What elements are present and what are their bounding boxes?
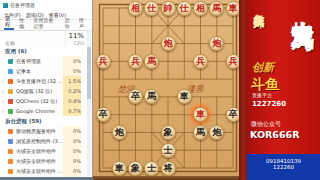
xiangqi-piece-black-炮[interactable]: 炮 [112,125,127,140]
process-icon [8,69,13,74]
scrollbar-thumb[interactable] [87,47,91,99]
process-row[interactable]: 记事本0% [0,66,87,76]
window-title: 任务管理器 [10,2,35,8]
expand-chevron-icon[interactable]: › [2,86,4,96]
xiangqi-board-window: 楚河 漢界 相仕帥仕相馬車炮炮兵兵馬兵兵車卒馬車卒卒炮象馬炮士車象士将 [88,0,247,180]
tab-users[interactable]: 用户 [78,16,88,30]
process-row[interactable]: 任务管理器0% [0,56,87,66]
process-cpu-value: 0% [63,166,81,176]
process-name: QQChess (32 位) [16,96,64,106]
process-list: 应用 (6)任务管理器0%记事本0%›斗鱼直播伴侣 (32 位)1.5%›QQ游… [0,46,87,180]
expand-chevron-icon[interactable]: › [2,76,4,86]
opening-title: 中炮对屏风马 [288,2,319,176]
process-icon [8,149,13,154]
xiangqi-piece-red-兵[interactable]: 兵 [96,54,111,69]
expand-chevron-icon[interactable]: › [2,96,4,106]
xiangqi-piece-black-士[interactable]: 士 [161,143,176,158]
process-icon [8,89,13,94]
xiangqi-piece-red-兵[interactable]: 兵 [128,54,143,69]
process-name: 记事本 [16,66,64,76]
process-row[interactable]: 火绒安全软件组件0% [0,156,87,166]
process-cpu-value: 0% [63,126,81,136]
process-name: 火绒安全软件组件 [16,156,64,166]
process-name: 任务管理器 [16,56,64,66]
contact-line-2: 122260 [247,164,320,170]
xiangqi-piece-black-象[interactable]: 象 [128,161,143,176]
process-row[interactable]: ›斗鱼直播伴侣 (32 位)1.5% [0,76,87,86]
process-name: 浏览器控制组件 (32 位) [16,136,64,146]
process-icon [8,159,13,164]
xiangqi-piece-black-象[interactable]: 象 [161,125,176,140]
process-icon [8,109,13,114]
process-name: 斗鱼直播伴侣 (32 位) [16,76,64,86]
process-cpu-value: 0% [63,156,81,166]
process-row[interactable]: 浏览器控制组件 (32 位)0% [0,136,87,146]
douyu-logo-sub: 直播平台 [252,92,272,98]
wechat-id: KOR666R [250,129,299,140]
process-cpu-value: 0% [63,136,81,146]
xiangqi-piece-black-士[interactable]: 士 [144,161,159,176]
tab-performance[interactable]: 性能 [18,16,28,30]
process-icon [8,59,13,64]
task-manager-window: 任务管理器 文件(F) 选项(O) 查看(V) 进程 性能 应用历史记录 启动 … [0,0,93,180]
xiangqi-piece-red-馬[interactable]: 馬 [209,1,224,16]
xiangqi-piece-black-将[interactable]: 将 [161,161,176,176]
xiangqi-piece-black-馬[interactable]: 馬 [193,125,208,140]
task-manager-titlebar[interactable]: 任务管理器 [0,0,92,10]
process-row[interactable]: 火绒安全软件组件0% [0,146,87,156]
wechat-label: 微信公众号 [251,120,281,129]
brand-text: 象棋大师 [251,5,266,9]
expand-chevron-icon[interactable]: › [2,106,4,116]
xiangqi-piece-black-卒[interactable]: 卒 [96,107,111,122]
process-icon [8,169,13,174]
contact-footer: 0918410139 122260 [247,154,320,180]
process-row[interactable]: ›Google Chrome0.7% [0,106,87,116]
board-frame-right [239,0,247,180]
task-manager-tabs: 进程 性能 应用历史记录 启动 用户 [0,20,92,31]
xiangqi-piece-red-兵[interactable]: 兵 [193,54,208,69]
xiangqi-piece-red-帥[interactable]: 帥 [161,1,176,16]
promo-panel: 中炮对屏风马 象棋大师 创新 斗鱼 直播平台 1227260 微信公众号 KOR… [247,0,320,180]
room-number: 1227260 [252,100,286,108]
process-row[interactable]: 驱动精灵服务组件0% [0,126,87,136]
process-icon [8,129,13,134]
cpu-total-value: 11% [68,32,84,40]
process-name: Google Chrome [16,106,64,116]
process-name: 驱动精灵服务组件 [16,126,64,136]
script-word: 创新 [252,60,274,75]
process-name: QQ游戏 (32 位) [16,86,64,96]
board-frame-bottom [88,176,239,180]
process-icon [8,79,13,84]
process-group-header[interactable]: 后台进程 (59) [0,116,87,126]
tab-app-history[interactable]: 应用历史记录 [33,16,60,30]
process-cpu-value: 0.4% [63,96,81,106]
process-cpu-value: 1.5% [63,76,81,86]
process-group-header[interactable]: 应用 (6) [0,46,87,56]
window-bottom-edge [0,177,93,180]
process-row[interactable]: ›QQ游戏 (32 位)0.2% [0,86,87,96]
xiangqi-piece-red-相[interactable]: 相 [128,1,143,16]
process-cpu-value: 0% [63,66,81,76]
process-cpu-value: 0% [63,146,81,156]
process-icon [8,139,13,144]
process-icon [8,99,13,104]
xiangqi-piece-black-車[interactable]: 車 [112,161,127,176]
process-cpu-value: 0% [63,56,81,66]
process-cpu-value: 0.7% [63,106,81,116]
video-frame: 楚河 漢界 相仕帥仕相馬車炮炮兵兵馬兵兵車卒馬車卒卒炮象馬炮士車象士将 任务管理… [0,0,320,180]
xiangqi-piece-red-炮[interactable]: 炮 [161,36,176,51]
tab-processes[interactable]: 进程 [4,14,14,30]
scrollbar-track[interactable] [87,29,91,176]
task-manager-icon [3,3,8,8]
process-name: 火绒安全软件组件 (... [16,166,64,176]
tab-startup[interactable]: 启动 [63,16,73,30]
process-row[interactable]: ›QQChess (32 位)0.4% [0,96,87,106]
process-cpu-value: 0.2% [63,86,81,96]
xiangqi-piece-red-仕[interactable]: 仕 [177,1,192,16]
xiangqi-piece-red-仕[interactable]: 仕 [144,1,159,16]
xiangqi-piece-red-相[interactable]: 相 [193,1,208,16]
xiangqi-piece-red-馬[interactable]: 馬 [144,54,159,69]
process-name: 火绒安全软件组件 [16,146,64,156]
process-row[interactable]: 火绒安全软件组件 (...0% [0,166,87,176]
